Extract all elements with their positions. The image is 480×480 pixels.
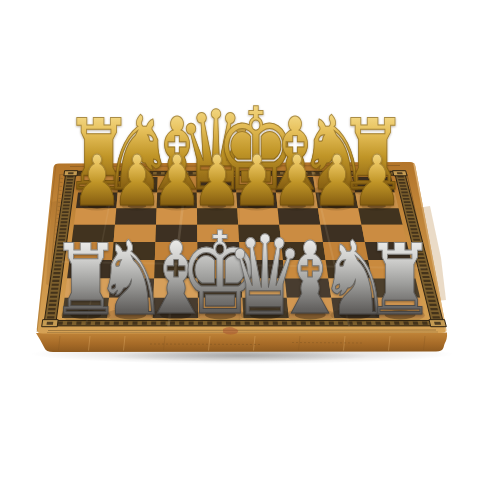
chess-set-photo: ♜♞♝♛♚♝♞♜♟♟♟♟♟♟♟♟♜♞♝♚♛♝♞♜: [0, 0, 480, 480]
piece-silver-knight: ♞: [94, 228, 167, 330]
piece-gold-pawn: ♟: [232, 146, 282, 216]
piece-silver-bishop: ♝: [274, 229, 346, 329]
piece-silver-king: ♚: [180, 217, 262, 331]
piece-gold-pawn: ♟: [72, 146, 122, 216]
piece-gold-knight: ♞: [297, 103, 370, 205]
piece-gold-rook: ♜: [63, 106, 133, 204]
piece-silver-rook: ♜: [365, 231, 435, 329]
piece-gold-pawn: ♟: [192, 146, 242, 216]
piece-gold-pawn: ♟: [152, 146, 202, 216]
piece-gold-pawn: ♟: [312, 146, 362, 216]
piece-gold-pawn: ♟: [272, 146, 322, 216]
piece-silver-knight: ♞: [319, 228, 392, 330]
piece-silver-queen: ♛: [226, 221, 305, 331]
piece-gold-bishop: ♝: [141, 105, 213, 205]
piece-gold-rook: ♜: [338, 106, 408, 204]
piece-gold-bishop: ♝: [259, 105, 331, 205]
pieces-layer: ♜♞♝♛♚♝♞♜♟♟♟♟♟♟♟♟♜♞♝♚♛♝♞♜: [0, 0, 480, 480]
piece-silver-bishop: ♝: [140, 229, 212, 329]
piece-gold-knight: ♞: [101, 103, 174, 205]
piece-gold-king: ♚: [215, 93, 297, 207]
piece-gold-queen: ♛: [177, 96, 256, 206]
piece-gold-pawn: ♟: [112, 146, 162, 216]
piece-gold-pawn: ♟: [352, 146, 402, 216]
piece-silver-rook: ♜: [51, 231, 121, 329]
